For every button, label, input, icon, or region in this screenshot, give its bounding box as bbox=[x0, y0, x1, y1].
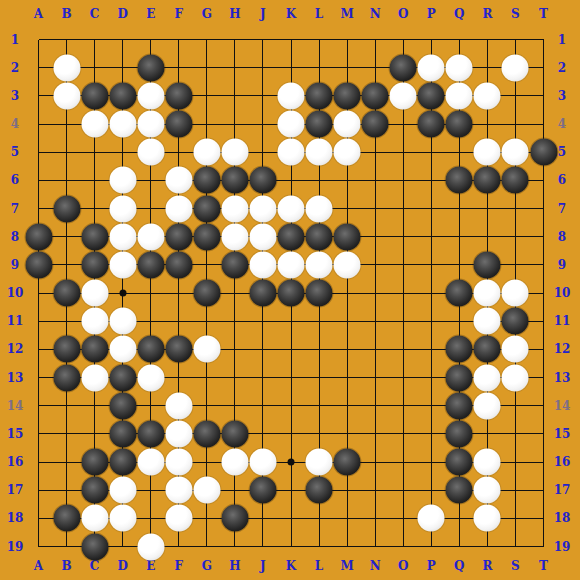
black-stone-a9: ● bbox=[25, 251, 52, 278]
col-label-top-j: J bbox=[260, 8, 266, 20]
white-stone-d11: ○ bbox=[109, 308, 136, 335]
white-stone-c11: ○ bbox=[81, 308, 108, 335]
col-label-top-g: G bbox=[202, 8, 212, 20]
col-label-top-d: D bbox=[117, 8, 127, 20]
white-stone-h5: ○ bbox=[221, 139, 248, 166]
row-label-left-1: 1 bbox=[11, 34, 19, 46]
black-stone-m16: ● bbox=[334, 449, 361, 476]
row-label-left-4: 4 bbox=[11, 118, 19, 130]
row-label-right-10: 10 bbox=[554, 287, 571, 299]
white-stone-b2: ○ bbox=[53, 54, 80, 81]
white-stone-o3: ○ bbox=[390, 82, 417, 109]
black-stone-l17: ● bbox=[306, 477, 333, 504]
black-stone-n3: ● bbox=[362, 82, 389, 109]
black-stone-h9: ● bbox=[221, 251, 248, 278]
white-stone-r11: ○ bbox=[474, 308, 501, 335]
white-stone-h8: ○ bbox=[221, 223, 248, 250]
white-stone-d6: ○ bbox=[109, 167, 136, 194]
col-label-top-e: E bbox=[146, 8, 155, 20]
black-stone-m8: ● bbox=[334, 223, 361, 250]
white-stone-d4: ○ bbox=[109, 111, 136, 138]
row-label-right-19: 19 bbox=[554, 541, 571, 553]
row-label-right-15: 15 bbox=[554, 428, 571, 440]
col-label-top-h: H bbox=[229, 8, 240, 20]
black-stone-h15: ● bbox=[221, 420, 248, 447]
white-stone-j16: ○ bbox=[249, 449, 276, 476]
col-label-top-p: P bbox=[427, 8, 436, 20]
black-stone-r12: ● bbox=[474, 336, 501, 363]
black-stone-c17: ● bbox=[81, 477, 108, 504]
black-stone-f3: ● bbox=[165, 82, 192, 109]
row-label-right-7: 7 bbox=[558, 203, 566, 215]
col-label-bottom-e: E bbox=[146, 560, 155, 572]
white-stone-q2: ○ bbox=[446, 54, 473, 81]
row-label-right-14: 14 bbox=[554, 400, 571, 412]
row-label-left-15: 15 bbox=[7, 428, 24, 440]
white-stone-g12: ○ bbox=[193, 336, 220, 363]
row-label-left-6: 6 bbox=[11, 174, 19, 186]
row-label-left-7: 7 bbox=[11, 203, 19, 215]
col-label-top-b: B bbox=[61, 8, 71, 20]
black-stone-c8: ● bbox=[81, 223, 108, 250]
black-stone-h6: ● bbox=[221, 167, 248, 194]
row-label-right-8: 8 bbox=[558, 231, 566, 243]
row-label-left-19: 19 bbox=[7, 541, 24, 553]
white-stone-e5: ○ bbox=[137, 139, 164, 166]
black-stone-o2: ● bbox=[390, 54, 417, 81]
white-stone-r5: ○ bbox=[474, 139, 501, 166]
row-label-left-17: 17 bbox=[7, 484, 24, 496]
row-label-left-10: 10 bbox=[7, 287, 24, 299]
black-stone-b12: ● bbox=[53, 336, 80, 363]
black-stone-j17: ● bbox=[249, 477, 276, 504]
black-stone-l8: ● bbox=[306, 223, 333, 250]
black-stone-f12: ● bbox=[165, 336, 192, 363]
black-stone-c9: ● bbox=[81, 251, 108, 278]
white-stone-e16: ○ bbox=[137, 449, 164, 476]
row-label-left-13: 13 bbox=[7, 372, 24, 384]
col-label-top-l: L bbox=[315, 8, 323, 20]
black-stone-g8: ● bbox=[193, 223, 220, 250]
white-stone-m5: ○ bbox=[334, 139, 361, 166]
col-label-bottom-p: P bbox=[427, 560, 436, 572]
black-stone-p4: ● bbox=[418, 111, 445, 138]
row-label-right-4: 4 bbox=[558, 118, 566, 130]
col-label-bottom-d: D bbox=[117, 560, 127, 572]
white-stone-l9: ○ bbox=[306, 251, 333, 278]
col-label-bottom-l: L bbox=[315, 560, 323, 572]
col-label-top-a: A bbox=[34, 8, 43, 20]
white-stone-k3: ○ bbox=[278, 82, 305, 109]
white-stone-f15: ○ bbox=[165, 420, 192, 447]
row-label-left-9: 9 bbox=[11, 259, 19, 271]
white-stone-f7: ○ bbox=[165, 195, 192, 222]
col-label-bottom-k: K bbox=[286, 560, 296, 572]
white-stone-q3: ○ bbox=[446, 82, 473, 109]
row-label-right-1: 1 bbox=[558, 34, 566, 46]
white-stone-l5: ○ bbox=[306, 139, 333, 166]
white-stone-d7: ○ bbox=[109, 195, 136, 222]
black-stone-g6: ● bbox=[193, 167, 220, 194]
black-stone-q12: ● bbox=[446, 336, 473, 363]
black-stone-n4: ● bbox=[362, 111, 389, 138]
black-stone-d13: ● bbox=[109, 364, 136, 391]
black-stone-a8: ● bbox=[25, 223, 52, 250]
black-stone-s11: ● bbox=[502, 308, 529, 335]
black-stone-q6: ● bbox=[446, 167, 473, 194]
white-stone-r10: ○ bbox=[474, 280, 501, 307]
white-stone-d12: ○ bbox=[109, 336, 136, 363]
white-stone-e19: ○ bbox=[137, 533, 164, 560]
col-label-top-o: O bbox=[398, 8, 408, 20]
star-point-k16 bbox=[288, 459, 295, 466]
white-stone-r17: ○ bbox=[474, 477, 501, 504]
row-label-right-9: 9 bbox=[558, 259, 566, 271]
white-stone-s5: ○ bbox=[502, 139, 529, 166]
white-stone-r3: ○ bbox=[474, 82, 501, 109]
white-stone-b3: ○ bbox=[53, 82, 80, 109]
black-stone-b7: ● bbox=[53, 195, 80, 222]
white-stone-e8: ○ bbox=[137, 223, 164, 250]
white-stone-f18: ○ bbox=[165, 505, 192, 532]
black-stone-g10: ● bbox=[193, 280, 220, 307]
black-stone-c16: ● bbox=[81, 449, 108, 476]
white-stone-m9: ○ bbox=[334, 251, 361, 278]
black-stone-l10: ● bbox=[306, 280, 333, 307]
white-stone-f14: ○ bbox=[165, 392, 192, 419]
white-stone-s2: ○ bbox=[502, 54, 529, 81]
col-label-bottom-r: R bbox=[482, 560, 492, 572]
black-stone-q16: ● bbox=[446, 449, 473, 476]
black-stone-c19: ● bbox=[81, 533, 108, 560]
black-stone-r9: ● bbox=[474, 251, 501, 278]
white-stone-e13: ○ bbox=[137, 364, 164, 391]
row-label-left-14: 14 bbox=[7, 400, 24, 412]
black-stone-b10: ● bbox=[53, 280, 80, 307]
row-label-left-16: 16 bbox=[7, 456, 24, 468]
white-stone-h7: ○ bbox=[221, 195, 248, 222]
col-label-top-k: K bbox=[286, 8, 296, 20]
black-stone-d15: ● bbox=[109, 420, 136, 447]
white-stone-c18: ○ bbox=[81, 505, 108, 532]
black-stone-c12: ● bbox=[81, 336, 108, 363]
white-stone-s13: ○ bbox=[502, 364, 529, 391]
col-label-top-f: F bbox=[175, 8, 184, 20]
col-label-top-t: T bbox=[539, 8, 548, 20]
row-label-right-6: 6 bbox=[558, 174, 566, 186]
white-stone-f17: ○ bbox=[165, 477, 192, 504]
row-label-left-12: 12 bbox=[7, 343, 24, 355]
white-stone-k7: ○ bbox=[278, 195, 305, 222]
white-stone-c13: ○ bbox=[81, 364, 108, 391]
black-stone-q10: ● bbox=[446, 280, 473, 307]
row-label-left-18: 18 bbox=[7, 512, 24, 524]
black-stone-s6: ● bbox=[502, 167, 529, 194]
black-stone-q14: ● bbox=[446, 392, 473, 419]
white-stone-g5: ○ bbox=[193, 139, 220, 166]
white-stone-r14: ○ bbox=[474, 392, 501, 419]
white-stone-j9: ○ bbox=[249, 251, 276, 278]
row-label-left-8: 8 bbox=[11, 231, 19, 243]
col-label-bottom-f: F bbox=[175, 560, 184, 572]
white-stone-e3: ○ bbox=[137, 82, 164, 109]
white-stone-j8: ○ bbox=[249, 223, 276, 250]
black-stone-e12: ● bbox=[137, 336, 164, 363]
white-stone-m4: ○ bbox=[334, 111, 361, 138]
col-label-bottom-c: C bbox=[90, 560, 100, 572]
star-point-d10 bbox=[119, 290, 126, 297]
col-label-bottom-n: N bbox=[370, 560, 381, 572]
white-stone-c10: ○ bbox=[81, 280, 108, 307]
black-stone-d3: ● bbox=[109, 82, 136, 109]
black-stone-q13: ● bbox=[446, 364, 473, 391]
white-stone-f16: ○ bbox=[165, 449, 192, 476]
col-label-bottom-g: G bbox=[202, 560, 212, 572]
black-stone-h18: ● bbox=[221, 505, 248, 532]
col-label-bottom-j: J bbox=[260, 560, 266, 572]
col-label-bottom-t: T bbox=[539, 560, 548, 572]
white-stone-k4: ○ bbox=[278, 111, 305, 138]
white-stone-l16: ○ bbox=[306, 449, 333, 476]
white-stone-d17: ○ bbox=[109, 477, 136, 504]
row-label-right-13: 13 bbox=[554, 372, 571, 384]
black-stone-k10: ● bbox=[278, 280, 305, 307]
black-stone-c3: ● bbox=[81, 82, 108, 109]
white-stone-r13: ○ bbox=[474, 364, 501, 391]
black-stone-j6: ● bbox=[249, 167, 276, 194]
white-stone-s12: ○ bbox=[502, 336, 529, 363]
black-stone-l4: ● bbox=[306, 111, 333, 138]
col-label-bottom-q: Q bbox=[454, 560, 464, 572]
col-label-bottom-o: O bbox=[398, 560, 408, 572]
black-stone-f8: ● bbox=[165, 223, 192, 250]
white-stone-k5: ○ bbox=[278, 139, 305, 166]
row-label-right-3: 3 bbox=[558, 90, 566, 102]
col-label-bottom-a: A bbox=[34, 560, 43, 572]
black-stone-l3: ● bbox=[306, 82, 333, 109]
white-stone-s10: ○ bbox=[502, 280, 529, 307]
col-label-top-q: Q bbox=[454, 8, 464, 20]
white-stone-l7: ○ bbox=[306, 195, 333, 222]
black-stone-b13: ● bbox=[53, 364, 80, 391]
black-stone-e15: ● bbox=[137, 420, 164, 447]
row-label-left-5: 5 bbox=[11, 146, 19, 158]
black-stone-d16: ● bbox=[109, 449, 136, 476]
col-label-top-n: N bbox=[370, 8, 381, 20]
black-stone-j10: ● bbox=[249, 280, 276, 307]
black-stone-q17: ● bbox=[446, 477, 473, 504]
white-stone-h16: ○ bbox=[221, 449, 248, 476]
row-label-right-17: 17 bbox=[554, 484, 571, 496]
black-stone-e9: ● bbox=[137, 251, 164, 278]
black-stone-d14: ● bbox=[109, 392, 136, 419]
white-stone-d9: ○ bbox=[109, 251, 136, 278]
white-stone-r16: ○ bbox=[474, 449, 501, 476]
col-label-bottom-m: M bbox=[340, 560, 353, 572]
row-label-right-18: 18 bbox=[554, 512, 571, 524]
col-label-top-c: C bbox=[90, 8, 100, 20]
row-label-left-3: 3 bbox=[11, 90, 19, 102]
go-board[interactable]: ABCDEFGHJKLMNOPQRST ABCDEFGHJKLMNOPQRST … bbox=[0, 0, 580, 580]
col-label-bottom-s: S bbox=[511, 560, 520, 572]
white-stone-k9: ○ bbox=[278, 251, 305, 278]
white-stone-g17: ○ bbox=[193, 477, 220, 504]
black-stone-e2: ● bbox=[137, 54, 164, 81]
white-stone-c4: ○ bbox=[81, 111, 108, 138]
row-label-left-2: 2 bbox=[11, 62, 19, 74]
row-label-right-11: 11 bbox=[554, 315, 571, 327]
black-stone-q15: ● bbox=[446, 420, 473, 447]
black-stone-g7: ● bbox=[193, 195, 220, 222]
col-label-top-m: M bbox=[340, 8, 353, 20]
black-stone-b18: ● bbox=[53, 505, 80, 532]
row-label-right-12: 12 bbox=[554, 343, 571, 355]
black-stone-m3: ● bbox=[334, 82, 361, 109]
col-label-bottom-b: B bbox=[61, 560, 71, 572]
row-label-left-11: 11 bbox=[7, 315, 24, 327]
black-stone-f4: ● bbox=[165, 111, 192, 138]
white-stone-e4: ○ bbox=[137, 111, 164, 138]
white-stone-d8: ○ bbox=[109, 223, 136, 250]
row-label-right-2: 2 bbox=[558, 62, 566, 74]
col-label-bottom-h: H bbox=[229, 560, 240, 572]
white-stone-p2: ○ bbox=[418, 54, 445, 81]
col-label-top-s: S bbox=[511, 8, 520, 20]
white-stone-j7: ○ bbox=[249, 195, 276, 222]
black-stone-q4: ● bbox=[446, 111, 473, 138]
black-stone-f9: ● bbox=[165, 251, 192, 278]
white-stone-r18: ○ bbox=[474, 505, 501, 532]
black-stone-p3: ● bbox=[418, 82, 445, 109]
white-stone-d18: ○ bbox=[109, 505, 136, 532]
black-stone-g15: ● bbox=[193, 420, 220, 447]
black-stone-r6: ● bbox=[474, 167, 501, 194]
black-stone-k8: ● bbox=[278, 223, 305, 250]
col-label-top-r: R bbox=[482, 8, 492, 20]
black-stone-t5: ● bbox=[530, 139, 557, 166]
row-label-right-5: 5 bbox=[558, 146, 566, 158]
row-label-right-16: 16 bbox=[554, 456, 571, 468]
white-stone-f6: ○ bbox=[165, 167, 192, 194]
white-stone-p18: ○ bbox=[418, 505, 445, 532]
